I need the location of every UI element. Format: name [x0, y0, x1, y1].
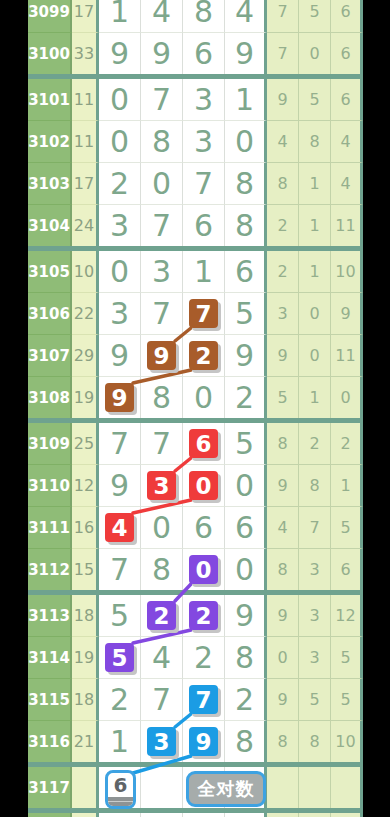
stat-cell: 9	[267, 335, 299, 377]
digit-cell: 2	[99, 163, 141, 205]
digit-cell: 7	[141, 423, 183, 465]
stat-cell: 8	[299, 465, 331, 507]
draw-row: 3103172078814	[28, 163, 363, 205]
stat-cell: 10	[331, 251, 363, 293]
digit-cell: 6	[225, 507, 267, 549]
sum-cell: 12	[72, 465, 99, 507]
draw-row: 3112157800836	[28, 549, 363, 590]
digit-cell: 2	[141, 595, 183, 637]
stat-cell: 2	[299, 423, 331, 465]
highlight-cell-blue: 7	[189, 685, 218, 714]
digit-cell: 4	[141, 637, 183, 679]
digit-cell: 0	[183, 465, 225, 507]
highlight-cell-blue: 9	[189, 727, 218, 756]
trend-chart-grid: 6 全对数 3099171484756310033996970631011107…	[28, 0, 363, 817]
stat-cell: 5	[331, 507, 363, 549]
highlight-cell-purple: 0	[189, 555, 218, 584]
issue-cell	[28, 813, 72, 817]
issue-cell: 3101	[28, 79, 72, 121]
stat-cell: 9	[267, 465, 299, 507]
digit-cell: 6	[183, 423, 225, 465]
digit-cell: 9	[183, 721, 225, 762]
issue-cell: 3105	[28, 251, 72, 293]
stat-cell	[267, 813, 299, 817]
draw-row: 3099171484756	[28, 0, 363, 33]
partial-next-row	[28, 813, 363, 817]
digit-cell: 2	[225, 377, 267, 418]
sum-cell: 17	[72, 0, 99, 33]
stat-cell: 8	[267, 549, 299, 590]
digit-cell: 7	[141, 205, 183, 246]
issue-cell: 3106	[28, 293, 72, 335]
digit-selector[interactable]: 6	[105, 770, 136, 809]
digit-cell: 8	[225, 637, 267, 679]
draw-row: 3100339969706	[28, 33, 363, 74]
sum-cell	[72, 767, 99, 808]
highlight-cell-red: 3	[147, 471, 176, 500]
stat-cell: 8	[299, 721, 331, 762]
digit-cell: 0	[99, 121, 141, 163]
digit-cell: 2	[99, 679, 141, 721]
digit-cell: 8	[141, 549, 183, 590]
highlight-cell-brown: 9	[105, 383, 134, 412]
stat-cell: 8	[267, 163, 299, 205]
digit-cell: 0	[141, 507, 183, 549]
stat-cell: 2	[267, 251, 299, 293]
stat-cell: 5	[267, 377, 299, 418]
highlight-cell-purple: 5	[105, 643, 134, 672]
digit-cell: 7	[99, 549, 141, 590]
sum-cell: 22	[72, 293, 99, 335]
sum-cell: 25	[72, 423, 99, 465]
digit-cell: 8	[225, 205, 267, 246]
draw-row: 31162113988810	[28, 721, 363, 762]
stat-cell: 5	[299, 79, 331, 121]
digit-cell: 2	[183, 637, 225, 679]
stat-cell: 3	[299, 637, 331, 679]
sum-cell: 21	[72, 721, 99, 762]
draw-row: 31051003162110	[28, 251, 363, 293]
stat-cell: 11	[331, 335, 363, 377]
sum-cell	[72, 813, 99, 817]
stat-cell: 3	[299, 595, 331, 637]
stat-cell: 0	[299, 293, 331, 335]
stat-cell: 7	[267, 33, 299, 74]
digit-cell: 3	[141, 465, 183, 507]
highlight-cell-blue: 3	[147, 727, 176, 756]
sum-cell: 33	[72, 33, 99, 74]
sum-cell: 24	[72, 205, 99, 246]
digit-selector-value: 6	[108, 773, 133, 797]
stat-cell	[331, 767, 363, 808]
draw-row: 3109257765822	[28, 423, 363, 465]
stat-cell: 8	[299, 121, 331, 163]
digit-cell: 9	[99, 377, 141, 418]
draw-row: 3101110731956	[28, 79, 363, 121]
drag-handle-icon[interactable]	[108, 797, 133, 806]
digit-cell: 7	[183, 163, 225, 205]
draw-row: 31042437682111	[28, 205, 363, 246]
issue-cell: 3114	[28, 637, 72, 679]
issue-cell: 3116	[28, 721, 72, 762]
stat-cell: 4	[267, 507, 299, 549]
stat-cell: 12	[331, 595, 363, 637]
stat-cell	[299, 813, 331, 817]
stat-cell: 1	[299, 377, 331, 418]
digit-cell: 7	[183, 293, 225, 335]
sum-cell: 16	[72, 507, 99, 549]
stat-cell: 6	[331, 79, 363, 121]
digit-cell: 0	[99, 79, 141, 121]
issue-cell: 3107	[28, 335, 72, 377]
draw-row: 3115182772955	[28, 679, 363, 721]
digit-cell: 9	[99, 465, 141, 507]
stat-cell	[331, 813, 363, 817]
stat-cell: 8	[267, 721, 299, 762]
stat-cell: 11	[331, 205, 363, 246]
issue-cell: 3108	[28, 377, 72, 418]
stat-cell: 5	[331, 637, 363, 679]
digit-cell: 2	[225, 679, 267, 721]
draw-row: 31072999299011	[28, 335, 363, 377]
digit-cell	[99, 813, 141, 817]
digit-cell: 1	[99, 721, 141, 762]
digit-cell: 3	[141, 721, 183, 762]
stat-cell: 8	[267, 423, 299, 465]
sum-cell: 18	[72, 595, 99, 637]
stat-cell: 0	[267, 637, 299, 679]
digit-cell: 8	[225, 163, 267, 205]
digit-cell: 0	[183, 377, 225, 418]
stat-cell: 4	[267, 121, 299, 163]
draw-row: 3102110830484	[28, 121, 363, 163]
digit-cell: 5	[99, 595, 141, 637]
digit-cell: 0	[225, 549, 267, 590]
digit-cell: 2	[183, 335, 225, 377]
stat-cell: 2	[267, 205, 299, 246]
stat-cell: 3	[267, 293, 299, 335]
digit-cell: 8	[183, 0, 225, 33]
digit-cell	[141, 767, 183, 808]
digit-cell: 6	[225, 251, 267, 293]
digit-cell: 4	[99, 507, 141, 549]
digit-cell: 3	[99, 293, 141, 335]
all-pairs-button[interactable]: 全对数	[186, 771, 266, 807]
issue-cell: 3104	[28, 205, 72, 246]
digit-cell: 1	[225, 79, 267, 121]
digit-cell: 3	[183, 79, 225, 121]
draw-row: 3106223775309	[28, 293, 363, 335]
highlight-cell-brown: 2	[189, 341, 218, 370]
highlight-cell-brown: 7	[189, 299, 218, 328]
stat-cell: 9	[267, 679, 299, 721]
stat-cell: 4	[331, 121, 363, 163]
highlight-cell-red: 0	[189, 471, 218, 500]
issue-cell: 3102	[28, 121, 72, 163]
digit-cell: 0	[225, 121, 267, 163]
stat-cell: 5	[331, 679, 363, 721]
digit-cell: 1	[183, 251, 225, 293]
sum-cell: 18	[72, 679, 99, 721]
digit-cell: 0	[141, 163, 183, 205]
stat-cell: 3	[299, 549, 331, 590]
stat-cell: 1	[331, 465, 363, 507]
digit-cell: 7	[99, 423, 141, 465]
stat-cell: 1	[299, 205, 331, 246]
issue-cell: 3117	[28, 767, 72, 808]
digit-cell: 1	[99, 0, 141, 33]
sum-cell: 10	[72, 251, 99, 293]
stat-cell: 0	[299, 33, 331, 74]
highlight-cell-purple: 2	[189, 601, 218, 630]
stat-cell: 2	[331, 423, 363, 465]
stat-cell: 9	[267, 595, 299, 637]
digit-cell: 0	[99, 251, 141, 293]
draw-row: 31131852299312	[28, 595, 363, 637]
draw-row: 3111164066475	[28, 507, 363, 549]
stat-cell: 1	[299, 163, 331, 205]
digit-cell: 4	[141, 0, 183, 33]
digit-cell: 7	[141, 79, 183, 121]
issue-cell: 3099	[28, 0, 72, 33]
digit-cell: 9	[141, 33, 183, 74]
stat-cell: 7	[299, 507, 331, 549]
digit-cell	[225, 813, 267, 817]
digit-cell: 9	[225, 335, 267, 377]
stat-cell: 0	[299, 335, 331, 377]
issue-cell: 3103	[28, 163, 72, 205]
digit-cell	[183, 813, 225, 817]
highlight-cell-red: 4	[105, 513, 134, 542]
stat-cell: 6	[331, 33, 363, 74]
highlight-cell-red: 6	[189, 429, 218, 458]
stat-cell: 6	[331, 549, 363, 590]
digit-cell: 0	[225, 465, 267, 507]
issue-cell: 3115	[28, 679, 72, 721]
sum-cell: 15	[72, 549, 99, 590]
digit-cell	[141, 813, 183, 817]
issue-cell: 3112	[28, 549, 72, 590]
digit-cell: 6	[183, 33, 225, 74]
issue-cell: 3109	[28, 423, 72, 465]
sum-cell: 19	[72, 637, 99, 679]
digit-cell: 8	[141, 121, 183, 163]
digit-cell: 4	[225, 0, 267, 33]
digit-cell: 7	[183, 679, 225, 721]
stat-cell: 6	[331, 0, 363, 33]
sum-cell: 11	[72, 79, 99, 121]
stat-cell: 1	[299, 251, 331, 293]
highlight-cell-brown: 9	[147, 341, 176, 370]
digit-cell: 3	[183, 121, 225, 163]
issue-cell: 3110	[28, 465, 72, 507]
lottery-trend-screen: 6 全对数 3099171484756310033996970631011107…	[0, 0, 390, 817]
stat-cell: 9	[267, 79, 299, 121]
sum-cell: 19	[72, 377, 99, 418]
highlight-cell-purple: 2	[147, 601, 176, 630]
stat-cell: 9	[331, 293, 363, 335]
sum-cell: 11	[72, 121, 99, 163]
digit-cell: 9	[99, 33, 141, 74]
digit-cell: 5	[225, 293, 267, 335]
digit-cell: 9	[141, 335, 183, 377]
stat-cell: 7	[267, 0, 299, 33]
draw-row: 3108199802510	[28, 377, 363, 418]
digit-cell: 6	[183, 205, 225, 246]
digit-cell: 5	[225, 423, 267, 465]
digit-cell: 8	[225, 721, 267, 762]
digit-cell: 9	[225, 595, 267, 637]
stat-cell: 5	[299, 0, 331, 33]
digit-cell: 3	[99, 205, 141, 246]
digit-cell: 7	[141, 679, 183, 721]
issue-cell: 3111	[28, 507, 72, 549]
digit-cell: 2	[183, 595, 225, 637]
draw-row: 3114195428035	[28, 637, 363, 679]
stat-cell: 5	[299, 679, 331, 721]
digit-cell: 9	[99, 335, 141, 377]
sum-cell: 17	[72, 163, 99, 205]
stat-cell	[267, 767, 299, 808]
issue-cell: 3100	[28, 33, 72, 74]
digit-cell: 9	[225, 33, 267, 74]
digit-cell: 0	[183, 549, 225, 590]
digit-cell: 7	[141, 293, 183, 335]
digit-cell: 3	[141, 251, 183, 293]
sum-cell: 29	[72, 335, 99, 377]
digit-cell: 5	[99, 637, 141, 679]
stat-cell	[299, 767, 331, 808]
issue-cell: 3113	[28, 595, 72, 637]
draw-row: 3110129300981	[28, 465, 363, 507]
digit-cell: 6	[183, 507, 225, 549]
stat-cell: 4	[331, 163, 363, 205]
digit-cell: 8	[141, 377, 183, 418]
stat-cell: 10	[331, 721, 363, 762]
stat-cell: 0	[331, 377, 363, 418]
